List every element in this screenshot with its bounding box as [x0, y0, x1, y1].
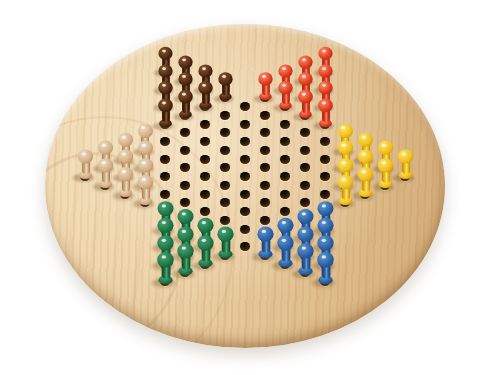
red-peg[interactable]: [257, 72, 273, 100]
green-peg[interactable]: [196, 235, 215, 267]
hole-c10-3[interactable]: [280, 137, 290, 146]
peg-head: [177, 243, 193, 258]
hole-c7-1[interactable]: [220, 111, 230, 120]
green-peg[interactable]: [156, 252, 175, 284]
hole-c11-3[interactable]: [300, 128, 310, 137]
red-peg[interactable]: [277, 81, 293, 109]
hole-c7-4[interactable]: [220, 163, 230, 172]
peg-head: [298, 72, 312, 85]
hole-c4-4[interactable]: [160, 137, 170, 146]
peg-head: [217, 226, 233, 241]
hole-c6-5[interactable]: [200, 172, 210, 181]
hole-c11-7[interactable]: [300, 198, 310, 207]
peg-head: [297, 209, 313, 224]
hole-c12-5[interactable]: [320, 155, 330, 164]
peg-head: [317, 252, 334, 267]
peg-head: [137, 141, 152, 155]
peg-head: [297, 226, 313, 241]
red-peg[interactable]: [317, 98, 334, 126]
hole-c8-5[interactable]: [240, 190, 250, 199]
peg-head: [357, 149, 372, 163]
peg-head: [77, 149, 92, 163]
peg-head: [157, 218, 173, 233]
hole-c12-4[interactable]: [320, 137, 330, 146]
brown-peg[interactable]: [177, 90, 194, 118]
peg-head: [97, 158, 112, 172]
hole-c6-7[interactable]: [200, 207, 210, 216]
chinese-checkers-photo: [0, 0, 500, 375]
yellow-peg[interactable]: [356, 166, 374, 196]
peg-head: [397, 149, 412, 163]
peg-head: [177, 226, 193, 241]
peg-head: [258, 72, 272, 85]
yellow-peg[interactable]: [336, 175, 354, 205]
hole-c10-2[interactable]: [280, 120, 290, 129]
hole-c11-6[interactable]: [300, 181, 310, 190]
peg-head: [318, 64, 332, 77]
brown-peg[interactable]: [197, 81, 213, 109]
peg-head: [377, 158, 392, 172]
peg-head: [357, 132, 372, 146]
peg-head: [337, 158, 352, 172]
peg-head: [198, 81, 212, 95]
peg-head: [178, 55, 192, 68]
hole-c4-5[interactable]: [160, 155, 170, 164]
peg-head: [158, 47, 172, 60]
peg-head: [377, 141, 392, 155]
green-peg[interactable]: [176, 243, 195, 275]
peg-head: [138, 124, 153, 138]
hole-c9-3[interactable]: [260, 146, 270, 155]
hole-c7-7[interactable]: [220, 216, 230, 225]
peg-head: [157, 235, 173, 250]
peg-head: [298, 90, 313, 104]
blue-peg[interactable]: [276, 235, 295, 267]
hole-c12-7[interactable]: [320, 190, 330, 199]
hole-c8-0[interactable]: [240, 102, 250, 111]
hole-c10-6[interactable]: [280, 190, 290, 199]
peg-head: [197, 218, 213, 233]
peg-head: [117, 166, 133, 180]
hole-c4-7[interactable]: [160, 190, 170, 199]
hole-c9-4[interactable]: [260, 163, 270, 172]
hole-c8-7[interactable]: [240, 225, 250, 234]
hole-c10-4[interactable]: [280, 155, 290, 164]
peg-head: [158, 64, 172, 77]
natural-peg[interactable]: [116, 166, 134, 196]
peg-head: [177, 209, 193, 224]
hole-c6-3[interactable]: [200, 137, 210, 146]
natural-peg[interactable]: [96, 158, 113, 188]
green-peg[interactable]: [216, 226, 234, 257]
peg-head: [178, 90, 193, 104]
hole-c10-5[interactable]: [280, 172, 290, 181]
hole-c7-6[interactable]: [220, 198, 230, 207]
hole-c9-2[interactable]: [260, 128, 270, 137]
red-peg[interactable]: [297, 90, 314, 118]
peg-head: [278, 64, 292, 77]
hole-c5-4[interactable]: [180, 146, 190, 155]
hole-c8-8[interactable]: [240, 242, 250, 251]
hole-c9-7[interactable]: [260, 216, 270, 225]
peg-head: [278, 81, 292, 95]
peg-head: [337, 175, 353, 190]
hole-c6-2[interactable]: [200, 120, 210, 129]
peg-head: [357, 166, 373, 180]
natural-peg[interactable]: [136, 175, 154, 205]
hole-c7-3[interactable]: [220, 146, 230, 155]
peg-head: [277, 235, 293, 250]
peg-head: [317, 235, 333, 250]
hole-c5-5[interactable]: [180, 163, 190, 172]
peg-head: [137, 158, 152, 172]
peg-head: [157, 201, 173, 216]
hole-c8-3[interactable]: [240, 155, 250, 164]
hole-c9-6[interactable]: [260, 198, 270, 207]
peg-head: [97, 141, 112, 155]
peg-head: [318, 47, 332, 60]
blue-peg[interactable]: [256, 226, 274, 257]
peg-head: [158, 98, 173, 112]
peg-head: [257, 226, 273, 241]
hole-c4-6[interactable]: [160, 172, 170, 181]
peg-head: [297, 243, 313, 258]
hole-c8-6[interactable]: [240, 207, 250, 216]
hole-c9-1[interactable]: [260, 111, 270, 120]
peg-head: [158, 81, 172, 95]
peg-head: [298, 55, 312, 68]
hole-c8-2[interactable]: [240, 137, 250, 146]
peg-head: [318, 81, 332, 95]
natural-peg[interactable]: [76, 149, 93, 179]
hole-c5-7[interactable]: [180, 198, 190, 207]
yellow-peg[interactable]: [396, 149, 413, 179]
hole-c8-4[interactable]: [240, 172, 250, 181]
chinese-checkers-board: [45, 24, 445, 348]
peg-head: [317, 201, 333, 216]
hole-c11-5[interactable]: [300, 163, 310, 172]
peg-head: [338, 124, 353, 138]
blue-peg[interactable]: [316, 252, 335, 284]
hole-c7-2[interactable]: [220, 128, 230, 137]
blue-peg[interactable]: [296, 243, 315, 275]
brown-peg[interactable]: [157, 98, 174, 126]
peg-head: [198, 64, 212, 77]
peg-head: [337, 141, 352, 155]
peg-head: [317, 218, 333, 233]
peg-head: [157, 252, 174, 267]
hole-c10-7[interactable]: [280, 207, 290, 216]
yellow-peg[interactable]: [376, 158, 393, 188]
hole-c12-6[interactable]: [320, 172, 330, 181]
peg-head: [197, 235, 213, 250]
peg-head: [117, 132, 132, 146]
hole-c9-5[interactable]: [260, 181, 270, 190]
hole-c8-1[interactable]: [240, 120, 250, 129]
peg-head: [137, 175, 153, 190]
peg-head: [318, 98, 333, 112]
peg-head: [277, 218, 293, 233]
hole-c11-4[interactable]: [300, 146, 310, 155]
hole-c6-6[interactable]: [200, 190, 210, 199]
hole-c6-4[interactable]: [200, 155, 210, 164]
peg-head: [218, 72, 232, 85]
brown-peg[interactable]: [217, 72, 233, 100]
hole-c7-5[interactable]: [220, 181, 230, 190]
peg-head: [178, 72, 192, 85]
hole-c5-6[interactable]: [180, 181, 190, 190]
peg-head: [117, 149, 132, 163]
hole-c5-3[interactable]: [180, 128, 190, 137]
